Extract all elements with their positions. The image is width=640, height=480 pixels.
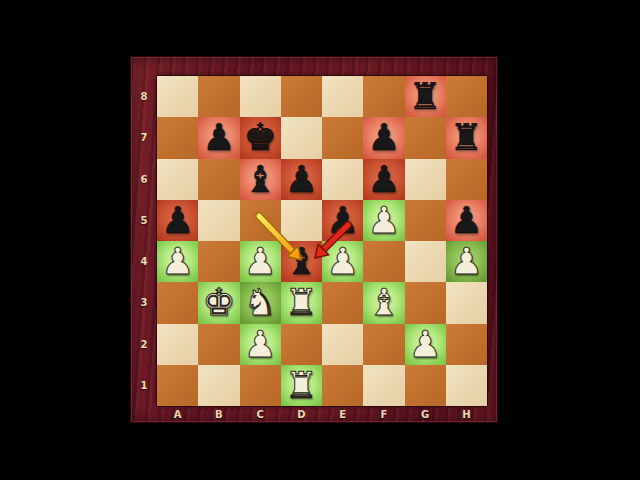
square-h2[interactable] [446, 324, 487, 365]
square-g5[interactable] [405, 200, 446, 241]
square-b7[interactable]: ♟ [198, 117, 239, 158]
square-g4[interactable] [405, 241, 446, 282]
file-label-g: G [405, 406, 446, 422]
square-h7[interactable]: ♜ [446, 117, 487, 158]
square-h6[interactable] [446, 159, 487, 200]
square-c4[interactable]: ♟ [240, 241, 281, 282]
square-a2[interactable] [157, 324, 198, 365]
piece-white-pawn-c2[interactable]: ♟ [240, 324, 281, 365]
square-b6[interactable] [198, 159, 239, 200]
square-g7[interactable] [405, 117, 446, 158]
rank-label-3: 3 [131, 282, 157, 323]
rank-label-2: 2 [131, 324, 157, 365]
square-d5[interactable] [281, 200, 322, 241]
square-b2[interactable] [198, 324, 239, 365]
file-label-c: C [240, 406, 281, 422]
piece-white-pawn-e4[interactable]: ♟ [322, 241, 363, 282]
rank-label-1: 1 [131, 365, 157, 406]
square-h3[interactable] [446, 282, 487, 323]
piece-white-bishop-f3[interactable]: ♝ [363, 282, 404, 323]
piece-white-pawn-c4[interactable]: ♟ [240, 241, 281, 282]
square-c3[interactable]: ♞ [240, 282, 281, 323]
square-e3[interactable] [322, 282, 363, 323]
square-e4[interactable]: ♟ [322, 241, 363, 282]
square-a7[interactable] [157, 117, 198, 158]
square-a3[interactable] [157, 282, 198, 323]
square-f1[interactable] [363, 365, 404, 406]
square-c5[interactable] [240, 200, 281, 241]
square-a8[interactable] [157, 76, 198, 117]
square-f7[interactable]: ♟ [363, 117, 404, 158]
square-h8[interactable] [446, 76, 487, 117]
square-h5[interactable]: ♟ [446, 200, 487, 241]
piece-white-pawn-h4[interactable]: ♟ [446, 241, 487, 282]
square-f5[interactable]: ♟ [363, 200, 404, 241]
square-b8[interactable] [198, 76, 239, 117]
video-letterbox: 87654321 ABCDEFGH ♜♟♚♟♜♝♟♟♟♟♟♟♟♟♝♟♟♚♞♜♝♟… [0, 0, 640, 480]
piece-white-knight-c3[interactable]: ♞ [240, 282, 281, 323]
rank-label-8: 8 [131, 76, 157, 117]
rank-labels: 87654321 [131, 76, 157, 406]
square-g1[interactable] [405, 365, 446, 406]
rank-label-6: 6 [131, 159, 157, 200]
piece-black-pawn-b7[interactable]: ♟ [198, 117, 239, 158]
square-d3[interactable]: ♜ [281, 282, 322, 323]
square-h1[interactable] [446, 365, 487, 406]
square-h4[interactable]: ♟ [446, 241, 487, 282]
square-e5[interactable]: ♟ [322, 200, 363, 241]
file-label-h: H [446, 406, 487, 422]
square-g8[interactable]: ♜ [405, 76, 446, 117]
piece-black-king-c7[interactable]: ♚ [240, 117, 281, 158]
file-label-f: F [363, 406, 404, 422]
square-d4[interactable]: ♝ [281, 241, 322, 282]
square-f6[interactable]: ♟ [363, 159, 404, 200]
square-a6[interactable] [157, 159, 198, 200]
square-g2[interactable]: ♟ [405, 324, 446, 365]
square-a5[interactable]: ♟ [157, 200, 198, 241]
file-label-d: D [281, 406, 322, 422]
square-d1[interactable]: ♜ [281, 365, 322, 406]
file-labels: ABCDEFGH [157, 406, 487, 422]
square-g3[interactable] [405, 282, 446, 323]
square-a1[interactable] [157, 365, 198, 406]
piece-black-pawn-d6[interactable]: ♟ [281, 159, 322, 200]
square-d7[interactable] [281, 117, 322, 158]
square-e1[interactable] [322, 365, 363, 406]
square-b4[interactable] [198, 241, 239, 282]
rank-label-5: 5 [131, 200, 157, 241]
square-g6[interactable] [405, 159, 446, 200]
square-d8[interactable] [281, 76, 322, 117]
square-e8[interactable] [322, 76, 363, 117]
piece-black-pawn-f7[interactable]: ♟ [363, 117, 404, 158]
piece-black-bishop-d4[interactable]: ♝ [281, 241, 322, 282]
board-squares: ♜♟♚♟♜♝♟♟♟♟♟♟♟♟♝♟♟♚♞♜♝♟♟♜ [157, 76, 487, 406]
square-e6[interactable] [322, 159, 363, 200]
square-b3[interactable]: ♚ [198, 282, 239, 323]
piece-white-rook-d3[interactable]: ♜ [281, 282, 322, 323]
piece-black-pawn-f6[interactable]: ♟ [363, 159, 404, 200]
piece-white-king-b3[interactable]: ♚ [198, 282, 239, 323]
square-c8[interactable] [240, 76, 281, 117]
file-label-a: A [157, 406, 198, 422]
file-label-e: E [322, 406, 363, 422]
piece-white-pawn-a4[interactable]: ♟ [157, 241, 198, 282]
square-e2[interactable] [322, 324, 363, 365]
square-f3[interactable]: ♝ [363, 282, 404, 323]
square-f2[interactable] [363, 324, 404, 365]
square-d6[interactable]: ♟ [281, 159, 322, 200]
square-c7[interactable]: ♚ [240, 117, 281, 158]
file-label-b: B [198, 406, 239, 422]
piece-white-pawn-f5[interactable]: ♟ [363, 200, 404, 241]
piece-white-pawn-g2[interactable]: ♟ [405, 324, 446, 365]
piece-black-pawn-a5[interactable]: ♟ [157, 200, 198, 241]
piece-black-pawn-e5[interactable]: ♟ [322, 200, 363, 241]
square-f4[interactable] [363, 241, 404, 282]
rank-label-4: 4 [131, 241, 157, 282]
square-c6[interactable]: ♝ [240, 159, 281, 200]
square-f8[interactable] [363, 76, 404, 117]
square-b5[interactable] [198, 200, 239, 241]
chess-board: 87654321 ABCDEFGH ♜♟♚♟♜♝♟♟♟♟♟♟♟♟♝♟♟♚♞♜♝♟… [130, 56, 498, 423]
square-b1[interactable] [198, 365, 239, 406]
piece-black-bishop-c6[interactable]: ♝ [240, 159, 281, 200]
square-c2[interactable]: ♟ [240, 324, 281, 365]
rank-label-7: 7 [131, 117, 157, 158]
square-a4[interactable]: ♟ [157, 241, 198, 282]
piece-black-pawn-h5[interactable]: ♟ [446, 200, 487, 241]
piece-white-rook-d1[interactable]: ♜ [281, 365, 322, 406]
square-c1[interactable] [240, 365, 281, 406]
square-e7[interactable] [322, 117, 363, 158]
piece-black-rook-h7[interactable]: ♜ [446, 117, 487, 158]
square-d2[interactable] [281, 324, 322, 365]
piece-black-rook-g8[interactable]: ♜ [405, 76, 446, 117]
